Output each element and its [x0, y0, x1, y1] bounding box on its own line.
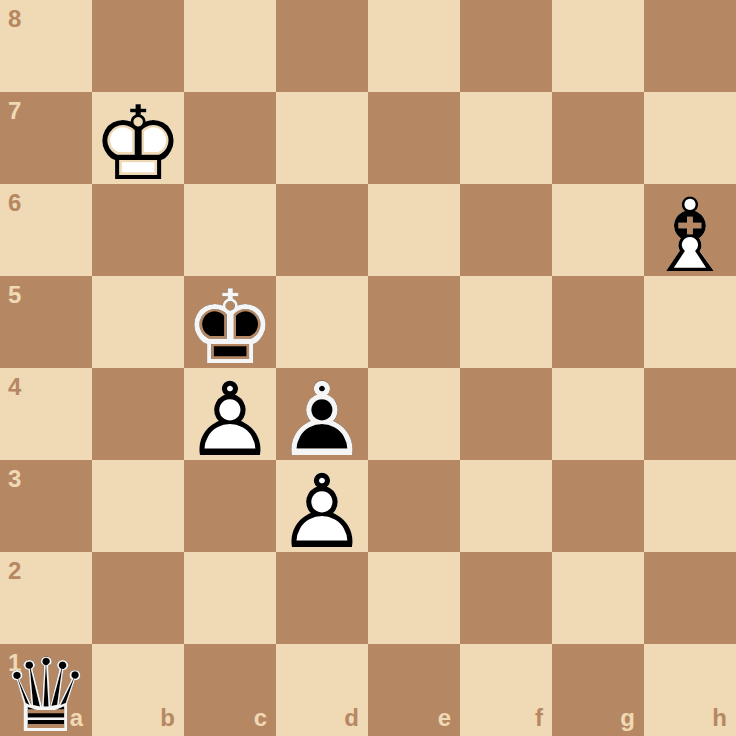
square-c6[interactable] — [184, 184, 276, 276]
square-f5[interactable] — [460, 276, 552, 368]
chess-board: 87♚♔6♝♗5♚♔4♟︎♙︎♟︎♙︎3♟︎♙︎21a♛♕bcdefgh — [0, 0, 736, 736]
square-c5[interactable]: ♚♔ — [184, 276, 276, 368]
square-e3[interactable] — [368, 460, 460, 552]
file-label-g: g — [620, 706, 635, 730]
black-queen-glyph-outline: ♕ — [0, 645, 91, 736]
square-h1[interactable]: h — [644, 644, 736, 736]
square-e4[interactable] — [368, 368, 460, 460]
square-h4[interactable] — [644, 368, 736, 460]
square-g5[interactable] — [552, 276, 644, 368]
square-d4[interactable]: ♟︎♙︎ — [276, 368, 368, 460]
square-h3[interactable] — [644, 460, 736, 552]
square-a3[interactable]: 3 — [0, 460, 92, 552]
square-c7[interactable] — [184, 92, 276, 184]
square-f1[interactable]: f — [460, 644, 552, 736]
square-f6[interactable] — [460, 184, 552, 276]
rank-label-3: 3 — [8, 467, 21, 491]
piece-white-pawn[interactable]: ♟︎♙︎ — [276, 460, 368, 552]
square-g2[interactable] — [552, 552, 644, 644]
square-g1[interactable]: g — [552, 644, 644, 736]
piece-white-pawn[interactable]: ♟︎♙︎ — [184, 368, 276, 460]
file-label-d: d — [344, 706, 359, 730]
square-b7[interactable]: ♚♔ — [92, 92, 184, 184]
square-d7[interactable] — [276, 92, 368, 184]
white-bishop-glyph-outline: ♗ — [644, 185, 735, 287]
white-king-glyph-outline: ♔ — [92, 93, 183, 195]
square-f2[interactable] — [460, 552, 552, 644]
piece-white-king[interactable]: ♚♔ — [92, 92, 184, 184]
square-g4[interactable] — [552, 368, 644, 460]
square-a8[interactable]: 8 — [0, 0, 92, 92]
file-label-e: e — [438, 706, 451, 730]
square-g6[interactable] — [552, 184, 644, 276]
square-f4[interactable] — [460, 368, 552, 460]
square-d1[interactable]: d — [276, 644, 368, 736]
piece-white-bishop[interactable]: ♝♗ — [644, 184, 736, 276]
square-c2[interactable] — [184, 552, 276, 644]
file-label-h: h — [712, 706, 727, 730]
square-e6[interactable] — [368, 184, 460, 276]
file-label-f: f — [535, 706, 543, 730]
file-label-c: c — [254, 706, 267, 730]
square-a1[interactable]: 1a♛♕ — [0, 644, 92, 736]
square-a6[interactable]: 6 — [0, 184, 92, 276]
square-b3[interactable] — [92, 460, 184, 552]
square-h8[interactable] — [644, 0, 736, 92]
square-b4[interactable] — [92, 368, 184, 460]
square-b1[interactable]: b — [92, 644, 184, 736]
square-d3[interactable]: ♟︎♙︎ — [276, 460, 368, 552]
square-a4[interactable]: 4 — [0, 368, 92, 460]
square-e2[interactable] — [368, 552, 460, 644]
square-e7[interactable] — [368, 92, 460, 184]
rank-label-4: 4 — [8, 375, 21, 399]
white-pawn-glyph-outline: ♙︎ — [276, 461, 367, 563]
square-a5[interactable]: 5 — [0, 276, 92, 368]
square-b8[interactable] — [92, 0, 184, 92]
square-h2[interactable] — [644, 552, 736, 644]
square-f7[interactable] — [460, 92, 552, 184]
square-h6[interactable]: ♝♗ — [644, 184, 736, 276]
square-g7[interactable] — [552, 92, 644, 184]
square-d6[interactable] — [276, 184, 368, 276]
square-d5[interactable] — [276, 276, 368, 368]
square-a2[interactable]: 2 — [0, 552, 92, 644]
white-pawn-glyph-outline: ♙︎ — [184, 369, 275, 471]
piece-black-pawn[interactable]: ♟︎♙︎ — [276, 368, 368, 460]
piece-black-king[interactable]: ♚♔ — [184, 276, 276, 368]
square-g3[interactable] — [552, 460, 644, 552]
square-f8[interactable] — [460, 0, 552, 92]
square-a7[interactable]: 7 — [0, 92, 92, 184]
square-c1[interactable]: c — [184, 644, 276, 736]
square-h7[interactable] — [644, 92, 736, 184]
rank-label-6: 6 — [8, 191, 21, 215]
square-c8[interactable] — [184, 0, 276, 92]
file-label-b: b — [160, 706, 175, 730]
square-b2[interactable] — [92, 552, 184, 644]
square-e5[interactable] — [368, 276, 460, 368]
rank-label-7: 7 — [8, 99, 21, 123]
square-g8[interactable] — [552, 0, 644, 92]
square-e8[interactable] — [368, 0, 460, 92]
square-b5[interactable] — [92, 276, 184, 368]
square-e1[interactable]: e — [368, 644, 460, 736]
rank-label-5: 5 — [8, 283, 21, 307]
rank-label-2: 2 — [8, 559, 21, 583]
square-d8[interactable] — [276, 0, 368, 92]
piece-black-queen[interactable]: ♛♕ — [0, 644, 92, 736]
square-c4[interactable]: ♟︎♙︎ — [184, 368, 276, 460]
square-f3[interactable] — [460, 460, 552, 552]
rank-label-8: 8 — [8, 7, 21, 31]
